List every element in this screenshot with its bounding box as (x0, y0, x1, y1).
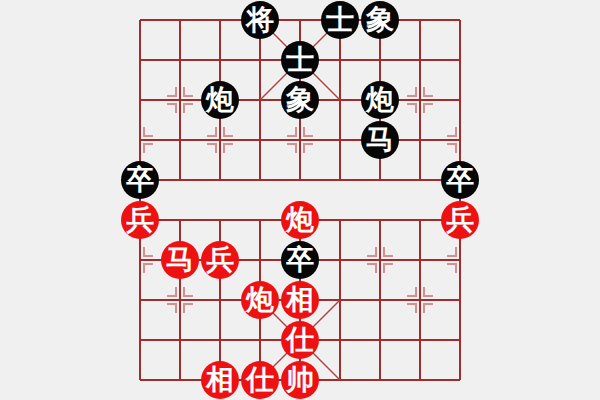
xiangqi-board: 将士象士炮象炮马卒卒卒兵炮兵马兵炮相仕相仕帅 (120, 0, 480, 400)
piece-black-elephant-2[interactable]: 象 (281, 81, 319, 119)
piece-black-cannon-1[interactable]: 炮 (201, 81, 239, 119)
piece-black-horse[interactable]: 马 (361, 121, 399, 159)
piece-black-advisor-2[interactable]: 士 (281, 41, 319, 79)
piece-black-elephant-1[interactable]: 象 (361, 1, 399, 39)
piece-red-horse[interactable]: 马 (161, 241, 199, 279)
piece-red-cannon-2[interactable]: 炮 (241, 281, 279, 319)
piece-red-advisor-2[interactable]: 仕 (241, 361, 279, 399)
piece-red-pawn-3[interactable]: 兵 (201, 241, 239, 279)
piece-red-advisor-1[interactable]: 仕 (281, 321, 319, 359)
piece-red-cannon-1[interactable]: 炮 (281, 201, 319, 239)
piece-red-pawn-2[interactable]: 兵 (441, 201, 479, 239)
piece-red-elephant-1[interactable]: 相 (281, 281, 319, 319)
xiangqi-screenshot: 将士象士炮象炮马卒卒卒兵炮兵马兵炮相仕相仕帅 (0, 0, 600, 400)
piece-black-soldier-3[interactable]: 卒 (281, 241, 319, 279)
piece-black-general[interactable]: 将 (241, 1, 279, 39)
piece-black-cannon-2[interactable]: 炮 (361, 81, 399, 119)
piece-black-soldier-1[interactable]: 卒 (121, 161, 159, 199)
piece-black-soldier-2[interactable]: 卒 (441, 161, 479, 199)
piece-red-pawn-1[interactable]: 兵 (121, 201, 159, 239)
piece-black-advisor-1[interactable]: 士 (321, 1, 359, 39)
piece-red-general[interactable]: 帅 (281, 361, 319, 399)
piece-red-elephant-2[interactable]: 相 (201, 361, 239, 399)
